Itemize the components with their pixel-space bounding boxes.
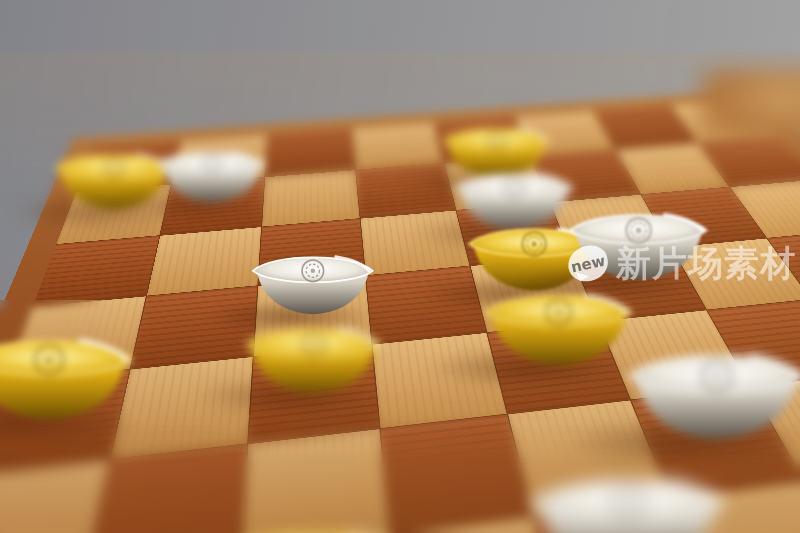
board-edge-blur-patch (700, 70, 800, 140)
new-badge-label: new (569, 251, 607, 276)
board-square-light (172, 135, 267, 184)
photo-stage: new 新片场素材 (0, 0, 800, 533)
board-square-dark (131, 286, 257, 369)
game-board (0, 89, 800, 533)
board-square-dark (258, 219, 365, 286)
board-square-light (372, 333, 506, 428)
board-square-dark (33, 236, 160, 306)
board-square-light (352, 123, 444, 170)
board-square-light (4, 296, 146, 381)
board-square-dark (356, 163, 456, 218)
board-grid (0, 100, 800, 533)
board-square-light (445, 156, 549, 209)
board-square-light (360, 210, 469, 275)
board-square-light (147, 227, 261, 295)
board-square-light (262, 170, 360, 226)
board-square-light (111, 357, 252, 459)
board-square-dark (265, 129, 355, 177)
new-badge: new (565, 242, 611, 285)
board-square-dark (161, 177, 264, 235)
board-square-dark (366, 266, 486, 344)
board-square-dark (434, 117, 530, 163)
board-square-dark (248, 345, 379, 444)
stock-watermark: new 新片场素材 (568, 240, 796, 286)
board-square-light (0, 460, 109, 533)
board-square-dark (380, 415, 532, 533)
board-square-light (241, 429, 389, 533)
board-square-light (254, 276, 372, 356)
watermark-text: 新片场素材 (616, 240, 796, 287)
board-square-light (57, 185, 171, 244)
